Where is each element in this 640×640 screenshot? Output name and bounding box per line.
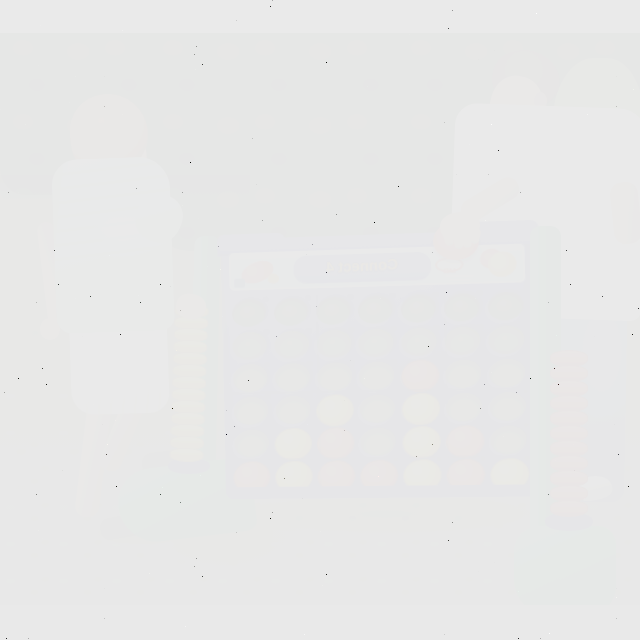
- board-hole: [231, 362, 269, 395]
- yellow-reserve-stack: [169, 305, 208, 462]
- rocket-tip-icon: [267, 272, 280, 285]
- board-hole: [400, 325, 439, 359]
- cell-c6r3: [441, 357, 485, 391]
- board-hole: [230, 297, 268, 330]
- fine-print-line2: [449, 279, 471, 282]
- connect4-logo-text: Connect 4: [293, 254, 431, 278]
- board-hole: [443, 324, 483, 358]
- cell-c1r2: [228, 329, 270, 362]
- board-hole: [488, 390, 528, 424]
- cell-c4r5: [357, 425, 401, 458]
- cell-c2r3: [271, 361, 314, 394]
- man-right-forearm: [609, 181, 640, 246]
- board-hole: [399, 292, 438, 326]
- yellow-disc: [400, 423, 443, 461]
- fine-print-line: [445, 275, 473, 278]
- cell-c6r4: [442, 390, 486, 424]
- board-hole: [314, 294, 353, 327]
- cell-c1r4: [230, 394, 272, 427]
- mb-square-icon: [234, 278, 245, 287]
- cell-c2r4: [271, 393, 314, 426]
- board-hole: [274, 394, 312, 427]
- woman-shirt: [51, 156, 175, 334]
- cell-c4r2: [355, 326, 398, 360]
- board-hole: [358, 392, 397, 425]
- photo-frame: Connect 4 MB: [0, 0, 640, 640]
- cell-c2r5: [272, 426, 315, 459]
- cell-c5r4: [399, 391, 443, 425]
- logo-lozenge: Connect 4: [293, 252, 431, 284]
- white-margin-top: [0, 0, 640, 33]
- board-hole: [359, 425, 398, 458]
- board-hole: [272, 328, 310, 361]
- board-hole: [487, 356, 527, 390]
- cell-c4r3: [355, 359, 399, 393]
- board-hole: [444, 357, 484, 391]
- board-hole: [442, 291, 482, 325]
- cell-c5r3: [398, 358, 442, 392]
- board-hole: [487, 323, 527, 357]
- white-margin-bottom: [0, 605, 640, 640]
- cell-c4r4: [356, 392, 400, 426]
- board-hole: [231, 329, 269, 362]
- red-reserve-disc: [550, 500, 588, 517]
- cell-c1r3: [229, 362, 271, 395]
- cell-c1r1: [228, 297, 270, 331]
- cell-c6r2: [441, 324, 485, 358]
- red-disc: [443, 422, 486, 460]
- board-hole: [233, 427, 271, 460]
- cell-c7r4: [486, 389, 531, 423]
- connect4-board: Connect 4 MB: [221, 234, 538, 499]
- cell-c7r2: [484, 323, 529, 357]
- board-hole: [315, 360, 354, 393]
- board-hole: [486, 290, 526, 324]
- cell-c6r1: [440, 291, 484, 325]
- board-hole: [232, 394, 270, 427]
- yellow-reserve-disc: [169, 447, 203, 462]
- board-hole: [273, 361, 311, 394]
- cell-c6r5: [443, 423, 487, 457]
- cell-c7r3: [485, 356, 530, 390]
- cell-c5r5: [400, 424, 444, 458]
- cell-c7r5: [486, 423, 531, 457]
- cell-c4r1: [354, 293, 397, 327]
- yellow-disc: [399, 390, 442, 428]
- board-hole: [272, 296, 310, 329]
- cell-c5r2: [398, 325, 442, 359]
- cell-c1r5: [230, 427, 272, 460]
- cell-c7r1: [484, 289, 529, 323]
- cell-c2r1: [269, 295, 312, 329]
- board-hole: [356, 293, 395, 326]
- frame-foot-right-lobe: [514, 548, 560, 610]
- board-hole: [489, 423, 529, 457]
- cell-c5r1: [397, 292, 441, 326]
- board-hole: [444, 390, 484, 423]
- board-hole: [314, 327, 353, 360]
- board-hole: [357, 326, 396, 359]
- cell-c2r2: [270, 328, 313, 362]
- board-hole: [358, 359, 397, 392]
- red-reserve-stack: [550, 352, 588, 517]
